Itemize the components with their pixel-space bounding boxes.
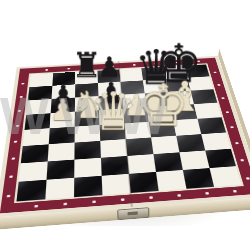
square-e1 <box>129 172 159 193</box>
square-e2 <box>127 154 156 174</box>
square-h1 <box>210 166 242 187</box>
white-queen: ♛ <box>89 87 136 137</box>
square-e3 <box>126 137 154 155</box>
white-king: ♚ <box>137 78 189 133</box>
square-g3 <box>176 134 205 152</box>
square-a5 <box>25 113 51 130</box>
square-h2 <box>205 149 236 168</box>
square-f2 <box>153 152 182 172</box>
square-f1 <box>156 170 187 191</box>
square-c1 <box>74 176 102 197</box>
square-f3 <box>151 136 179 154</box>
square-b3 <box>48 143 75 162</box>
square-a1 <box>16 180 46 202</box>
square-b2 <box>47 160 75 180</box>
square-b5: ♟ <box>50 112 75 129</box>
chess-board: ♜♟♛♚♟♟♟♞♟♝♛♚ <box>0 56 250 218</box>
square-d4: ♛ <box>100 123 126 140</box>
white-pawn: ♟ <box>49 96 75 124</box>
chess-set-photo: ♜♟♛♚♟♟♟♞♟♝♛♚ WWW <box>0 0 250 250</box>
square-c2 <box>74 158 101 178</box>
square-d1 <box>102 174 131 195</box>
square-c3 <box>74 141 101 160</box>
square-d2 <box>101 156 129 176</box>
clasp-slot <box>128 211 138 215</box>
square-b1 <box>45 178 74 200</box>
square-a2 <box>19 161 48 181</box>
